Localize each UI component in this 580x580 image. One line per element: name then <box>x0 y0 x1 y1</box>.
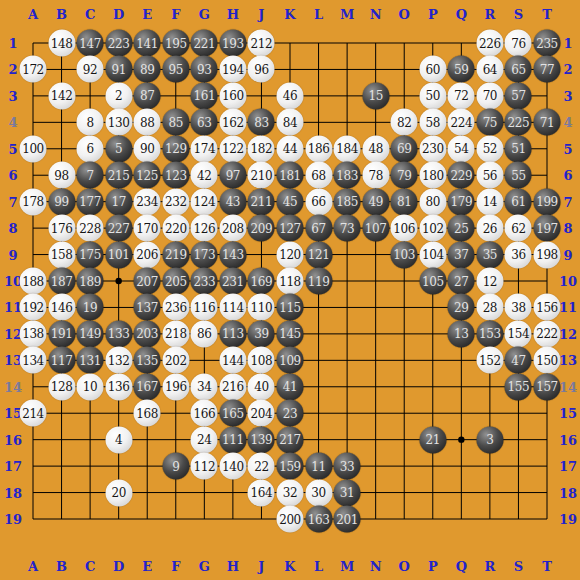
stone-F5[interactable]: 129 <box>162 135 189 162</box>
stone-D14[interactable]: 136 <box>105 373 132 400</box>
stone-K9[interactable]: 120 <box>277 241 304 268</box>
stone-C12[interactable]: 149 <box>77 320 104 347</box>
stone-T14[interactable]: 157 <box>534 373 561 400</box>
stone-R1[interactable]: 226 <box>476 30 503 57</box>
row-label-right-13: 13 <box>559 354 577 367</box>
stone-H16[interactable]: 111 <box>219 426 246 453</box>
stone-S7[interactable]: 61 <box>505 188 532 215</box>
col-label-top-N: N <box>370 8 382 21</box>
stone-B7[interactable]: 99 <box>48 188 75 215</box>
stone-T12[interactable]: 222 <box>534 320 561 347</box>
row-label-left-5: 5 <box>8 142 17 155</box>
stone-H3[interactable]: 160 <box>219 82 246 109</box>
stone-E8[interactable]: 170 <box>134 215 161 242</box>
stone-C2[interactable]: 92 <box>77 56 104 83</box>
stone-T1[interactable]: 235 <box>534 30 561 57</box>
stone-M17[interactable]: 33 <box>334 453 361 480</box>
col-label-bottom-Q: Q <box>456 560 467 573</box>
stone-H14[interactable]: 216 <box>219 373 246 400</box>
stone-S3[interactable]: 57 <box>505 82 532 109</box>
stone-C7[interactable]: 177 <box>77 188 104 215</box>
stone-H9[interactable]: 143 <box>219 241 246 268</box>
stone-J2[interactable]: 96 <box>248 56 275 83</box>
stone-A5[interactable]: 100 <box>20 135 47 162</box>
stone-C11[interactable]: 19 <box>77 294 104 321</box>
stone-K15[interactable]: 23 <box>277 400 304 427</box>
stone-F11[interactable]: 236 <box>162 294 189 321</box>
stone-J8[interactable]: 209 <box>248 215 275 242</box>
row-label-left-1: 1 <box>8 37 17 50</box>
col-label-top-T: T <box>542 8 552 21</box>
star-point-Q16 <box>458 436 464 442</box>
stone-L19[interactable]: 163 <box>305 506 332 533</box>
stone-F7[interactable]: 232 <box>162 188 189 215</box>
stone-H5[interactable]: 122 <box>219 135 246 162</box>
stone-P16[interactable]: 21 <box>419 426 446 453</box>
stone-F2[interactable]: 95 <box>162 56 189 83</box>
stone-S14[interactable]: 155 <box>505 373 532 400</box>
row-label-right-10: 10 <box>559 275 577 288</box>
stone-S12[interactable]: 154 <box>505 320 532 347</box>
stone-F13[interactable]: 202 <box>162 347 189 374</box>
stone-A12[interactable]: 138 <box>20 320 47 347</box>
stone-N6[interactable]: 78 <box>362 162 389 189</box>
stone-O9[interactable]: 103 <box>391 241 418 268</box>
stone-C1[interactable]: 147 <box>77 30 104 57</box>
row-label-right-17: 17 <box>559 460 577 473</box>
stone-B8[interactable]: 176 <box>48 215 75 242</box>
row-label-right-19: 19 <box>559 513 577 526</box>
stone-T2[interactable]: 77 <box>534 56 561 83</box>
col-label-top-J: J <box>258 8 264 21</box>
stone-H2[interactable]: 194 <box>219 56 246 83</box>
stone-B3[interactable]: 142 <box>48 82 75 109</box>
row-label-left-2: 2 <box>8 63 17 76</box>
stone-Q8[interactable]: 25 <box>448 215 475 242</box>
row-label-left-9: 9 <box>8 248 17 261</box>
stone-K4[interactable]: 84 <box>277 109 304 136</box>
col-label-top-H: H <box>227 8 239 21</box>
stone-H4[interactable]: 162 <box>219 109 246 136</box>
stone-O6[interactable]: 79 <box>391 162 418 189</box>
col-label-top-Q: Q <box>456 8 467 21</box>
stone-J18[interactable]: 164 <box>248 479 275 506</box>
stone-H12[interactable]: 113 <box>219 320 246 347</box>
col-label-top-D: D <box>113 8 124 21</box>
stone-M18[interactable]: 31 <box>334 479 361 506</box>
stone-S1[interactable]: 76 <box>505 30 532 57</box>
stone-K10[interactable]: 118 <box>277 268 304 295</box>
stone-G3[interactable]: 161 <box>191 82 218 109</box>
col-label-bottom-R: R <box>484 560 495 573</box>
stone-E6[interactable]: 125 <box>134 162 161 189</box>
row-label-left-7: 7 <box>8 195 17 208</box>
row-label-right-4: 4 <box>563 116 572 129</box>
stone-C13[interactable]: 131 <box>77 347 104 374</box>
stone-S11[interactable]: 38 <box>505 294 532 321</box>
stone-Q9[interactable]: 37 <box>448 241 475 268</box>
stone-B12[interactable]: 191 <box>48 320 75 347</box>
row-label-right-6: 6 <box>563 169 572 182</box>
stone-C6[interactable]: 7 <box>77 162 104 189</box>
col-label-bottom-S: S <box>514 560 523 573</box>
col-label-bottom-T: T <box>542 560 552 573</box>
row-label-left-16: 16 <box>4 433 22 446</box>
stone-D9[interactable]: 101 <box>105 241 132 268</box>
col-label-bottom-N: N <box>370 560 382 573</box>
stone-E5[interactable]: 90 <box>134 135 161 162</box>
stone-G1[interactable]: 221 <box>191 30 218 57</box>
col-label-top-S: S <box>514 8 523 21</box>
stone-D16[interactable]: 4 <box>105 426 132 453</box>
stone-F14[interactable]: 196 <box>162 373 189 400</box>
stone-P10[interactable]: 105 <box>419 268 446 295</box>
stone-C9[interactable]: 175 <box>77 241 104 268</box>
row-label-right-9: 9 <box>563 248 572 261</box>
stone-H7[interactable]: 43 <box>219 188 246 215</box>
stone-Q2[interactable]: 59 <box>448 56 475 83</box>
stone-F9[interactable]: 219 <box>162 241 189 268</box>
stone-P8[interactable]: 102 <box>419 215 446 242</box>
row-label-right-1: 1 <box>563 37 572 50</box>
stone-G4[interactable]: 63 <box>191 109 218 136</box>
stone-S13[interactable]: 47 <box>505 347 532 374</box>
stone-K14[interactable]: 41 <box>277 373 304 400</box>
stone-E3[interactable]: 87 <box>134 82 161 109</box>
stone-N8[interactable]: 107 <box>362 215 389 242</box>
stone-G2[interactable]: 93 <box>191 56 218 83</box>
stone-T7[interactable]: 199 <box>534 188 561 215</box>
stone-B10[interactable]: 187 <box>48 268 75 295</box>
stone-G7[interactable]: 124 <box>191 188 218 215</box>
row-label-left-3: 3 <box>8 89 17 102</box>
row-label-left-19: 19 <box>4 513 22 526</box>
stone-R10[interactable]: 12 <box>476 268 503 295</box>
stone-K7[interactable]: 45 <box>277 188 304 215</box>
stone-O5[interactable]: 69 <box>391 135 418 162</box>
stone-B9[interactable]: 158 <box>48 241 75 268</box>
stone-P4[interactable]: 58 <box>419 109 446 136</box>
row-label-right-16: 16 <box>559 433 577 446</box>
stone-D1[interactable]: 223 <box>105 30 132 57</box>
row-label-right-12: 12 <box>559 327 577 340</box>
col-label-bottom-H: H <box>227 560 239 573</box>
row-label-left-17: 17 <box>4 460 22 473</box>
col-label-top-M: M <box>340 8 354 21</box>
stone-L10[interactable]: 119 <box>305 268 332 295</box>
stone-C5[interactable]: 6 <box>77 135 104 162</box>
stone-L6[interactable]: 68 <box>305 162 332 189</box>
col-label-top-P: P <box>428 8 438 21</box>
stone-J1[interactable]: 212 <box>248 30 275 57</box>
stone-M19[interactable]: 201 <box>334 506 361 533</box>
stone-R3[interactable]: 70 <box>476 82 503 109</box>
stone-J13[interactable]: 108 <box>248 347 275 374</box>
stone-K12[interactable]: 145 <box>277 320 304 347</box>
stone-L9[interactable]: 121 <box>305 241 332 268</box>
stone-E2[interactable]: 89 <box>134 56 161 83</box>
stone-K6[interactable]: 181 <box>277 162 304 189</box>
stone-E1[interactable]: 141 <box>134 30 161 57</box>
stone-N7[interactable]: 49 <box>362 188 389 215</box>
stone-H10[interactable]: 231 <box>219 268 246 295</box>
col-label-top-R: R <box>484 8 495 21</box>
row-label-right-3: 3 <box>563 89 572 102</box>
col-label-top-K: K <box>284 8 295 21</box>
stone-F1[interactable]: 195 <box>162 30 189 57</box>
stone-R16[interactable]: 3 <box>476 426 503 453</box>
row-label-right-7: 7 <box>563 195 572 208</box>
stone-E4[interactable]: 88 <box>134 109 161 136</box>
col-label-bottom-C: C <box>85 560 95 573</box>
row-label-right-2: 2 <box>563 63 572 76</box>
stone-S2[interactable]: 65 <box>505 56 532 83</box>
col-label-top-O: O <box>399 8 410 21</box>
stone-C14[interactable]: 10 <box>77 373 104 400</box>
col-label-bottom-L: L <box>314 560 323 573</box>
stone-G5[interactable]: 174 <box>191 135 218 162</box>
stone-J12[interactable]: 39 <box>248 320 275 347</box>
stone-L18[interactable]: 30 <box>305 479 332 506</box>
stone-F6[interactable]: 123 <box>162 162 189 189</box>
stone-F10[interactable]: 205 <box>162 268 189 295</box>
stone-N3[interactable]: 15 <box>362 82 389 109</box>
stone-J7[interactable]: 211 <box>248 188 275 215</box>
stone-R9[interactable]: 35 <box>476 241 503 268</box>
stone-J16[interactable]: 139 <box>248 426 275 453</box>
stone-F17[interactable]: 9 <box>162 453 189 480</box>
stone-S5[interactable]: 51 <box>505 135 532 162</box>
col-label-top-B: B <box>56 8 67 21</box>
col-label-bottom-F: F <box>171 560 180 573</box>
stone-G9[interactable]: 173 <box>191 241 218 268</box>
stone-Q6[interactable]: 229 <box>448 162 475 189</box>
stone-M7[interactable]: 185 <box>334 188 361 215</box>
stone-J15[interactable]: 204 <box>248 400 275 427</box>
stone-T8[interactable]: 197 <box>534 215 561 242</box>
stone-G11[interactable]: 116 <box>191 294 218 321</box>
stone-G17[interactable]: 112 <box>191 453 218 480</box>
stone-P2[interactable]: 60 <box>419 56 446 83</box>
stone-A11[interactable]: 192 <box>20 294 47 321</box>
stone-M8[interactable]: 73 <box>334 215 361 242</box>
stone-H8[interactable]: 208 <box>219 215 246 242</box>
stone-E9[interactable]: 206 <box>134 241 161 268</box>
stone-L17[interactable]: 11 <box>305 453 332 480</box>
stone-B6[interactable]: 98 <box>48 162 75 189</box>
row-label-right-14: 14 <box>559 380 577 393</box>
stone-G16[interactable]: 24 <box>191 426 218 453</box>
stone-M5[interactable]: 184 <box>334 135 361 162</box>
stone-F8[interactable]: 220 <box>162 215 189 242</box>
row-label-left-14: 14 <box>4 380 22 393</box>
stone-O4[interactable]: 82 <box>391 109 418 136</box>
stone-Q5[interactable]: 54 <box>448 135 475 162</box>
col-label-top-E: E <box>142 8 152 21</box>
stone-K17[interactable]: 159 <box>277 453 304 480</box>
stone-R13[interactable]: 152 <box>476 347 503 374</box>
stone-R11[interactable]: 28 <box>476 294 503 321</box>
stone-F4[interactable]: 85 <box>162 109 189 136</box>
stone-R7[interactable]: 14 <box>476 188 503 215</box>
stone-R2[interactable]: 64 <box>476 56 503 83</box>
stone-B13[interactable]: 117 <box>48 347 75 374</box>
stone-G12[interactable]: 86 <box>191 320 218 347</box>
stone-S4[interactable]: 225 <box>505 109 532 136</box>
col-label-top-C: C <box>85 8 95 21</box>
row-label-right-5: 5 <box>563 142 572 155</box>
stone-E15[interactable]: 168 <box>134 400 161 427</box>
stone-A15[interactable]: 214 <box>20 400 47 427</box>
stone-K3[interactable]: 46 <box>277 82 304 109</box>
row-label-left-18: 18 <box>4 486 22 499</box>
stone-E10[interactable]: 207 <box>134 268 161 295</box>
stone-K19[interactable]: 200 <box>277 506 304 533</box>
stone-J6[interactable]: 210 <box>248 162 275 189</box>
stone-B11[interactable]: 146 <box>48 294 75 321</box>
stone-G14[interactable]: 34 <box>191 373 218 400</box>
stone-D7[interactable]: 17 <box>105 188 132 215</box>
stone-H6[interactable]: 97 <box>219 162 246 189</box>
stone-P3[interactable]: 50 <box>419 82 446 109</box>
stone-L5[interactable]: 186 <box>305 135 332 162</box>
stone-H15[interactable]: 165 <box>219 400 246 427</box>
stone-Q10[interactable]: 27 <box>448 268 475 295</box>
stone-D2[interactable]: 91 <box>105 56 132 83</box>
col-label-bottom-O: O <box>399 560 410 573</box>
stone-D5[interactable]: 5 <box>105 135 132 162</box>
stone-T9[interactable]: 198 <box>534 241 561 268</box>
stone-G15[interactable]: 166 <box>191 400 218 427</box>
stone-A10[interactable]: 188 <box>20 268 47 295</box>
stone-H11[interactable]: 114 <box>219 294 246 321</box>
stone-D3[interactable]: 2 <box>105 82 132 109</box>
stone-D6[interactable]: 215 <box>105 162 132 189</box>
stone-O8[interactable]: 106 <box>391 215 418 242</box>
stone-C10[interactable]: 189 <box>77 268 104 295</box>
stone-D8[interactable]: 227 <box>105 215 132 242</box>
stone-E12[interactable]: 203 <box>134 320 161 347</box>
stone-N5[interactable]: 48 <box>362 135 389 162</box>
col-label-top-G: G <box>199 8 210 21</box>
stone-H1[interactable]: 193 <box>219 30 246 57</box>
stone-P9[interactable]: 104 <box>419 241 446 268</box>
col-label-bottom-G: G <box>199 560 210 573</box>
stone-E13[interactable]: 135 <box>134 347 161 374</box>
stone-A2[interactable]: 172 <box>20 56 47 83</box>
row-label-right-8: 8 <box>563 222 572 235</box>
stone-E14[interactable]: 167 <box>134 373 161 400</box>
row-label-right-18: 18 <box>559 486 577 499</box>
col-label-bottom-B: B <box>56 560 67 573</box>
row-label-left-6: 6 <box>8 169 17 182</box>
stone-C4[interactable]: 8 <box>77 109 104 136</box>
stone-P5[interactable]: 230 <box>419 135 446 162</box>
stone-K13[interactable]: 109 <box>277 347 304 374</box>
stone-G10[interactable]: 233 <box>191 268 218 295</box>
stone-R6[interactable]: 56 <box>476 162 503 189</box>
stone-K16[interactable]: 217 <box>277 426 304 453</box>
col-label-bottom-P: P <box>428 560 438 573</box>
stone-S8[interactable]: 62 <box>505 215 532 242</box>
col-label-bottom-D: D <box>113 560 124 573</box>
col-label-bottom-M: M <box>340 560 354 573</box>
stone-G8[interactable]: 126 <box>191 215 218 242</box>
stone-S6[interactable]: 55 <box>505 162 532 189</box>
row-label-right-15: 15 <box>559 407 577 420</box>
star-point-D10 <box>115 278 121 284</box>
stone-D18[interactable]: 20 <box>105 479 132 506</box>
go-board[interactable]: AABBCCDDEEFFGGHHJJKKLLMMNNOOPPQQRRSSTT11… <box>0 0 580 580</box>
stone-H17[interactable]: 140 <box>219 453 246 480</box>
stone-T4[interactable]: 71 <box>534 109 561 136</box>
stone-L7[interactable]: 66 <box>305 188 332 215</box>
stone-H13[interactable]: 144 <box>219 347 246 374</box>
stone-T13[interactable]: 150 <box>534 347 561 374</box>
stone-D12[interactable]: 133 <box>105 320 132 347</box>
stone-E7[interactable]: 234 <box>134 188 161 215</box>
stone-G6[interactable]: 42 <box>191 162 218 189</box>
stone-Q7[interactable]: 179 <box>448 188 475 215</box>
col-label-bottom-E: E <box>142 560 152 573</box>
stone-R4[interactable]: 75 <box>476 109 503 136</box>
stone-L8[interactable]: 67 <box>305 215 332 242</box>
col-label-top-L: L <box>314 8 323 21</box>
stone-K11[interactable]: 115 <box>277 294 304 321</box>
col-label-bottom-A: A <box>28 560 38 573</box>
stone-B14[interactable]: 128 <box>48 373 75 400</box>
stone-F12[interactable]: 218 <box>162 320 189 347</box>
stone-Q4[interactable]: 224 <box>448 109 475 136</box>
stone-C8[interactable]: 228 <box>77 215 104 242</box>
stone-J10[interactable]: 169 <box>248 268 275 295</box>
stone-E11[interactable]: 137 <box>134 294 161 321</box>
stone-R5[interactable]: 52 <box>476 135 503 162</box>
row-label-left-4: 4 <box>8 116 17 129</box>
col-label-top-A: A <box>28 8 38 21</box>
stone-K5[interactable]: 44 <box>277 135 304 162</box>
stone-B1[interactable]: 148 <box>48 30 75 57</box>
stone-P7[interactable]: 80 <box>419 188 446 215</box>
stone-K18[interactable]: 32 <box>277 479 304 506</box>
stone-K8[interactable]: 127 <box>277 215 304 242</box>
stone-J17[interactable]: 22 <box>248 453 275 480</box>
stone-A13[interactable]: 134 <box>20 347 47 374</box>
stone-R12[interactable]: 153 <box>476 320 503 347</box>
stone-S9[interactable]: 36 <box>505 241 532 268</box>
row-label-left-8: 8 <box>8 222 17 235</box>
stone-J14[interactable]: 40 <box>248 373 275 400</box>
stone-D13[interactable]: 132 <box>105 347 132 374</box>
stone-Q12[interactable]: 13 <box>448 320 475 347</box>
stone-Q3[interactable]: 72 <box>448 82 475 109</box>
stone-J5[interactable]: 182 <box>248 135 275 162</box>
stone-T11[interactable]: 156 <box>534 294 561 321</box>
stone-A7[interactable]: 178 <box>20 188 47 215</box>
stone-Q11[interactable]: 29 <box>448 294 475 321</box>
col-label-bottom-K: K <box>284 560 295 573</box>
stone-D4[interactable]: 130 <box>105 109 132 136</box>
stone-J11[interactable]: 110 <box>248 294 275 321</box>
row-label-right-11: 11 <box>559 301 577 314</box>
col-label-bottom-J: J <box>258 560 264 573</box>
stone-R8[interactable]: 26 <box>476 215 503 242</box>
stone-O7[interactable]: 81 <box>391 188 418 215</box>
stone-M6[interactable]: 183 <box>334 162 361 189</box>
stone-J4[interactable]: 83 <box>248 109 275 136</box>
stone-P6[interactable]: 180 <box>419 162 446 189</box>
col-label-top-F: F <box>171 8 180 21</box>
